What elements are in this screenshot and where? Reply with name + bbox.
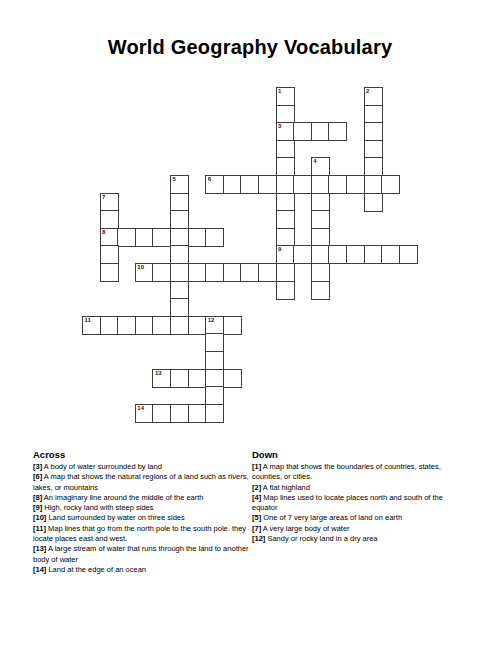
grid-cell-r16-c7[interactable] bbox=[205, 369, 224, 388]
grid-cell-r3-c16[interactable] bbox=[364, 140, 383, 159]
clue-down-2: [2] A flat highland bbox=[252, 483, 466, 493]
clue-text: Sandy or rocky land in a dry area bbox=[267, 534, 377, 543]
puzzle-title: World Geography Vocabulary bbox=[0, 36, 500, 59]
grid-cell-r18-c5[interactable] bbox=[170, 404, 189, 423]
grid-cell-r13-c1[interactable] bbox=[100, 316, 119, 335]
grid-cell-r8-c7[interactable] bbox=[205, 228, 224, 247]
across-clue-list: [3] A body of water surrounded by land[6… bbox=[33, 462, 252, 575]
grid-cell-r5-c7[interactable]: 6 bbox=[205, 175, 224, 194]
clue-number-label: [6] bbox=[33, 472, 42, 481]
grid-cell-r9-c18[interactable] bbox=[399, 245, 418, 264]
grid-cell-r8-c1[interactable]: 8 bbox=[100, 228, 119, 247]
grid-cell-r9-c1[interactable] bbox=[100, 245, 119, 264]
grid-cell-r5-c14[interactable] bbox=[328, 175, 347, 194]
grid-cell-r5-c13[interactable] bbox=[311, 175, 330, 194]
clue-number-label: [2] bbox=[252, 483, 261, 492]
grid-cell-r16-c4[interactable]: 13 bbox=[152, 369, 171, 388]
grid-cell-r18-c4[interactable] bbox=[152, 404, 171, 423]
clue-text: A very large body of water bbox=[263, 524, 350, 533]
grid-cell-r8-c6[interactable] bbox=[188, 228, 207, 247]
crossword-grid: 1234567891011121314 bbox=[82, 87, 418, 423]
clue-text: A body of water surrounded by land bbox=[44, 462, 162, 471]
grid-cell-r7-c13[interactable] bbox=[311, 210, 330, 229]
grid-cell-r0-c11[interactable]: 1 bbox=[276, 87, 295, 106]
grid-cell-r8-c3[interactable] bbox=[135, 228, 154, 247]
clue-number-label: [1] bbox=[252, 462, 261, 471]
clue-number-label: [10] bbox=[33, 513, 46, 522]
grid-cell-r7-c11[interactable] bbox=[276, 210, 295, 229]
grid-cell-r10-c6[interactable] bbox=[188, 263, 207, 282]
grid-cell-r7-c5[interactable] bbox=[170, 210, 189, 229]
grid-cell-r11-c13[interactable] bbox=[311, 281, 330, 300]
clue-text: A map that shows the natural regions of … bbox=[33, 472, 249, 491]
grid-cell-r13-c3[interactable] bbox=[135, 316, 154, 335]
grid-cell-r13-c5[interactable] bbox=[170, 316, 189, 335]
clue-across-8: [8] An imaginary line around the middle … bbox=[33, 493, 252, 503]
grid-cell-r18-c6[interactable] bbox=[188, 404, 207, 423]
clue-text: One of 7 very large areas of land on ear… bbox=[263, 513, 402, 522]
grid-cell-r8-c5[interactable] bbox=[170, 228, 189, 247]
clue-across-6: [6] A map that shows the natural regions… bbox=[33, 472, 252, 493]
cell-number: 14 bbox=[137, 405, 144, 412]
clue-across-10: [10] Land surrounded by water on three s… bbox=[33, 513, 252, 523]
page: World Geography Vocabulary 1234567891011… bbox=[0, 0, 500, 647]
grid-cell-r9-c16[interactable] bbox=[364, 245, 383, 264]
grid-cell-r16-c8[interactable] bbox=[223, 369, 242, 388]
grid-cell-r10-c7[interactable] bbox=[205, 263, 224, 282]
grid-cell-r15-c7[interactable] bbox=[205, 351, 224, 370]
grid-cell-r9-c5[interactable] bbox=[170, 245, 189, 264]
down-header: Down bbox=[252, 449, 466, 460]
grid-cell-r9-c13[interactable] bbox=[311, 245, 330, 264]
grid-cell-r18-c7[interactable] bbox=[205, 404, 224, 423]
grid-cell-r2-c11[interactable]: 3 bbox=[276, 122, 295, 141]
grid-cell-r6-c11[interactable] bbox=[276, 193, 295, 212]
clue-down-4: [4] Map lines used to locate places nort… bbox=[252, 493, 466, 514]
cell-number: 6 bbox=[208, 176, 211, 183]
grid-cell-r16-c5[interactable] bbox=[170, 369, 189, 388]
grid-cell-r10-c13[interactable] bbox=[311, 263, 330, 282]
grid-cell-r12-c5[interactable] bbox=[170, 298, 189, 317]
grid-cell-r2-c13[interactable] bbox=[311, 122, 330, 141]
grid-cell-r6-c1[interactable]: 7 bbox=[100, 193, 119, 212]
grid-cell-r5-c12[interactable] bbox=[293, 175, 312, 194]
grid-cell-r5-c11[interactable] bbox=[276, 175, 295, 194]
grid-cell-r5-c5[interactable]: 5 bbox=[170, 175, 189, 194]
grid-cell-r18-c3[interactable]: 14 bbox=[135, 404, 154, 423]
grid-cell-r8-c2[interactable] bbox=[117, 228, 136, 247]
grid-cell-r8-c4[interactable] bbox=[152, 228, 171, 247]
cell-number: 4 bbox=[313, 158, 316, 165]
grid-cell-r0-c16[interactable]: 2 bbox=[364, 87, 383, 106]
down-clue-list: [1] A map that shows the boundaries of c… bbox=[252, 462, 466, 544]
clue-text: Map lines used to locate places north an… bbox=[252, 493, 443, 512]
clue-text: An imaginary line around the middle of t… bbox=[44, 493, 204, 502]
grid-cell-r10-c8[interactable] bbox=[223, 263, 242, 282]
grid-cell-r10-c10[interactable] bbox=[258, 263, 277, 282]
grid-cell-r9-c14[interactable] bbox=[328, 245, 347, 264]
grid-cell-r11-c5[interactable] bbox=[170, 281, 189, 300]
grid-cell-r10-c4[interactable] bbox=[152, 263, 171, 282]
clue-number-label: [3] bbox=[33, 462, 42, 471]
grid-cell-r13-c4[interactable] bbox=[152, 316, 171, 335]
grid-cell-r10-c1[interactable] bbox=[100, 263, 119, 282]
clue-text: A map that shows the boundaries of count… bbox=[252, 462, 441, 481]
grid-cell-r1-c11[interactable] bbox=[276, 105, 295, 124]
grid-cell-r7-c1[interactable] bbox=[100, 210, 119, 229]
grid-cell-r10-c3[interactable]: 10 bbox=[135, 263, 154, 282]
grid-cell-r3-c11[interactable] bbox=[276, 140, 295, 159]
grid-cell-r2-c12[interactable] bbox=[293, 122, 312, 141]
grid-cell-r13-c2[interactable] bbox=[117, 316, 136, 335]
clue-number-label: [11] bbox=[33, 524, 46, 533]
cell-number: 2 bbox=[366, 88, 369, 95]
grid-cell-r13-c0[interactable]: 11 bbox=[82, 316, 101, 335]
clue-number-label: [14] bbox=[33, 565, 46, 574]
grid-cell-r4-c11[interactable] bbox=[276, 157, 295, 176]
grid-cell-r4-c13[interactable]: 4 bbox=[311, 157, 330, 176]
grid-cell-r13-c6[interactable] bbox=[188, 316, 207, 335]
grid-cell-r9-c11[interactable]: 9 bbox=[276, 245, 295, 264]
grid-cell-r5-c8[interactable] bbox=[223, 175, 242, 194]
cell-number: 13 bbox=[155, 370, 162, 377]
clue-across-11: [11] Map lines that go from the north po… bbox=[33, 524, 252, 545]
grid-cell-r5-c17[interactable] bbox=[381, 175, 400, 194]
across-clues-section: Across [3] A body of water surrounded by… bbox=[33, 449, 252, 575]
grid-cell-r8-c11[interactable] bbox=[276, 228, 295, 247]
grid-cell-r6-c16[interactable] bbox=[364, 193, 383, 212]
grid-cell-r9-c15[interactable] bbox=[346, 245, 365, 264]
clue-number-label: [12] bbox=[252, 534, 265, 543]
clue-text: Land surrounded by water on three sides bbox=[48, 513, 184, 522]
clue-text: Map lines that go from the north pole to… bbox=[33, 524, 246, 543]
clue-down-7: [7] A very large body of water bbox=[252, 524, 466, 534]
across-header: Across bbox=[33, 449, 252, 460]
grid-cell-r13-c8[interactable] bbox=[223, 316, 242, 335]
grid-cell-r5-c15[interactable] bbox=[346, 175, 365, 194]
grid-cell-r5-c10[interactable] bbox=[258, 175, 277, 194]
clue-across-14: [14] Land at the edge of an ocean bbox=[33, 565, 252, 575]
grid-cell-r17-c7[interactable] bbox=[205, 386, 224, 405]
grid-cell-r2-c14[interactable] bbox=[328, 122, 347, 141]
clue-number-label: [4] bbox=[252, 493, 261, 502]
cell-number: 7 bbox=[102, 194, 105, 201]
clue-number-label: [5] bbox=[252, 513, 261, 522]
clue-text: A flat highland bbox=[263, 483, 310, 492]
clue-down-12: [12] Sandy or rocky land in a dry area bbox=[252, 534, 466, 544]
grid-cell-r10-c5[interactable] bbox=[170, 263, 189, 282]
clue-across-13: [13] A large stream of water that runs t… bbox=[33, 544, 252, 565]
clue-text: Land at the edge of an ocean bbox=[48, 565, 146, 574]
clue-down-1: [1] A map that shows the boundaries of c… bbox=[252, 462, 466, 483]
grid-cell-r2-c16[interactable] bbox=[364, 122, 383, 141]
clue-text: A large stream of water that runs throug… bbox=[33, 544, 249, 563]
cell-number: 12 bbox=[208, 317, 215, 324]
cell-number: 10 bbox=[137, 264, 144, 271]
grid-cell-r13-c7[interactable]: 12 bbox=[205, 316, 224, 335]
grid-cell-r10-c11[interactable] bbox=[276, 263, 295, 282]
grid-cell-r8-c13[interactable] bbox=[311, 228, 330, 247]
clue-number-label: [7] bbox=[252, 524, 261, 533]
down-clues-section: Down [1] A map that shows the boundaries… bbox=[252, 449, 466, 544]
clue-across-9: [9] High, rocky land with steep sides bbox=[33, 503, 252, 513]
clue-number-label: [13] bbox=[33, 544, 46, 553]
grid-cell-r11-c11[interactable] bbox=[276, 281, 295, 300]
grid-cell-r14-c7[interactable] bbox=[205, 333, 224, 352]
clue-number-label: [9] bbox=[33, 503, 42, 512]
cell-number: 1 bbox=[278, 88, 281, 95]
grid-cell-r10-c9[interactable] bbox=[240, 263, 259, 282]
grid-cell-r6-c5[interactable] bbox=[170, 193, 189, 212]
cell-number: 5 bbox=[173, 176, 176, 183]
clue-down-5: [5] One of 7 very large areas of land on… bbox=[252, 513, 466, 523]
grid-cell-r16-c6[interactable] bbox=[188, 369, 207, 388]
grid-cell-r5-c9[interactable] bbox=[240, 175, 259, 194]
clue-number-label: [8] bbox=[33, 493, 42, 502]
cell-number: 8 bbox=[102, 229, 105, 236]
cell-number: 11 bbox=[85, 317, 91, 324]
grid-cell-r9-c17[interactable] bbox=[381, 245, 400, 264]
cell-number: 9 bbox=[278, 246, 281, 253]
cell-number: 3 bbox=[278, 123, 281, 130]
clue-text: High, rocky land with steep sides bbox=[44, 503, 153, 512]
grid-cell-r1-c16[interactable] bbox=[364, 105, 383, 124]
clue-across-3: [3] A body of water surrounded by land bbox=[33, 462, 252, 472]
grid-cell-r6-c13[interactable] bbox=[311, 193, 330, 212]
grid-cell-r9-c12[interactable] bbox=[293, 245, 312, 264]
grid-cell-r4-c16[interactable] bbox=[364, 157, 383, 176]
grid-cell-r5-c16[interactable] bbox=[364, 175, 383, 194]
